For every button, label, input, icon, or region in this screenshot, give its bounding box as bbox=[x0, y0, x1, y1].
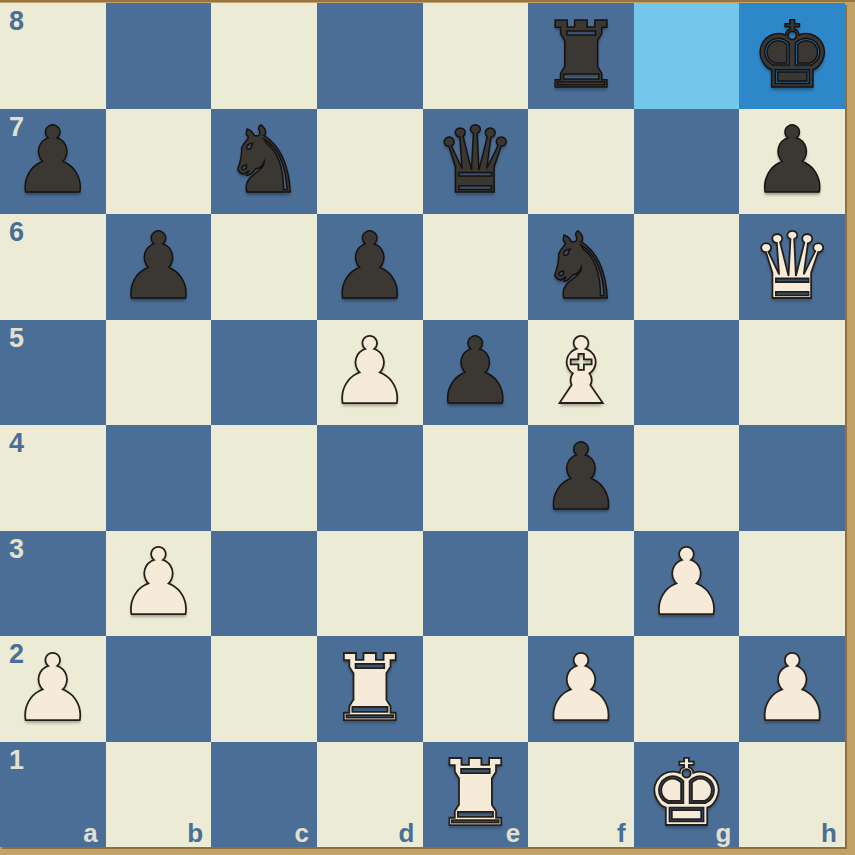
square-a7[interactable]: 7♟ bbox=[0, 109, 106, 215]
white-pawn-f2[interactable]: ♟ bbox=[528, 636, 634, 742]
file-label-h: h bbox=[821, 820, 837, 846]
square-c3[interactable] bbox=[211, 531, 317, 637]
square-h7[interactable]: ♟ bbox=[739, 109, 845, 215]
square-g4[interactable] bbox=[634, 425, 740, 531]
white-pawn-g3[interactable]: ♟ bbox=[634, 531, 740, 637]
square-a6[interactable]: 6 bbox=[0, 214, 106, 320]
white-pawn-a2[interactable]: ♟ bbox=[0, 636, 106, 742]
square-a1[interactable]: 1a bbox=[0, 742, 106, 848]
square-b4[interactable] bbox=[106, 425, 212, 531]
rank-label-6: 6 bbox=[9, 219, 24, 246]
rank-label-1: 1 bbox=[9, 747, 24, 774]
square-g1[interactable]: g♚ bbox=[634, 742, 740, 848]
board-frame: 8♜♚7♟♞♛♟6♟♟♞♛5♟♟♝4♟3♟♟2♟♜♟♟1abcde♜fg♚h bbox=[0, 0, 855, 855]
chess-board: 8♜♚7♟♞♛♟6♟♟♞♛5♟♟♝4♟3♟♟2♟♜♟♟1abcde♜fg♚h bbox=[0, 3, 845, 847]
rank-label-3: 3 bbox=[9, 536, 24, 563]
square-b1[interactable]: b bbox=[106, 742, 212, 848]
square-b8[interactable] bbox=[106, 3, 212, 109]
square-b5[interactable] bbox=[106, 320, 212, 426]
square-f3[interactable] bbox=[528, 531, 634, 637]
square-d8[interactable] bbox=[317, 3, 423, 109]
square-h5[interactable] bbox=[739, 320, 845, 426]
black-queen-e7[interactable]: ♛ bbox=[423, 109, 529, 215]
square-a3[interactable]: 3 bbox=[0, 531, 106, 637]
square-c1[interactable]: c bbox=[211, 742, 317, 848]
square-d5[interactable]: ♟ bbox=[317, 320, 423, 426]
square-c6[interactable] bbox=[211, 214, 317, 320]
white-bishop-f5[interactable]: ♝ bbox=[528, 320, 634, 426]
file-label-a: a bbox=[83, 820, 97, 846]
square-g8[interactable] bbox=[634, 3, 740, 109]
square-h2[interactable]: ♟ bbox=[739, 636, 845, 742]
square-c5[interactable] bbox=[211, 320, 317, 426]
square-c8[interactable] bbox=[211, 3, 317, 109]
square-e6[interactable] bbox=[423, 214, 529, 320]
rank-label-5: 5 bbox=[9, 325, 24, 352]
square-f7[interactable] bbox=[528, 109, 634, 215]
black-rook-f8[interactable]: ♜ bbox=[528, 3, 634, 109]
square-a5[interactable]: 5 bbox=[0, 320, 106, 426]
square-h3[interactable] bbox=[739, 531, 845, 637]
square-h1[interactable]: h bbox=[739, 742, 845, 848]
square-f1[interactable]: f bbox=[528, 742, 634, 848]
black-knight-c7[interactable]: ♞ bbox=[211, 109, 317, 215]
square-h8[interactable]: ♚ bbox=[739, 3, 845, 109]
white-pawn-h2[interactable]: ♟ bbox=[739, 636, 845, 742]
square-g7[interactable] bbox=[634, 109, 740, 215]
square-b6[interactable]: ♟ bbox=[106, 214, 212, 320]
square-a8[interactable]: 8 bbox=[0, 3, 106, 109]
square-e3[interactable] bbox=[423, 531, 529, 637]
file-label-f: f bbox=[617, 820, 626, 846]
square-d3[interactable] bbox=[317, 531, 423, 637]
file-label-d: d bbox=[399, 820, 415, 846]
black-pawn-a7[interactable]: ♟ bbox=[0, 109, 106, 215]
black-pawn-b6[interactable]: ♟ bbox=[106, 214, 212, 320]
square-g3[interactable]: ♟ bbox=[634, 531, 740, 637]
square-e4[interactable] bbox=[423, 425, 529, 531]
square-f5[interactable]: ♝ bbox=[528, 320, 634, 426]
white-rook-e1[interactable]: ♜ bbox=[423, 742, 529, 848]
square-f6[interactable]: ♞ bbox=[528, 214, 634, 320]
white-rook-d2[interactable]: ♜ bbox=[317, 636, 423, 742]
square-c7[interactable]: ♞ bbox=[211, 109, 317, 215]
square-g5[interactable] bbox=[634, 320, 740, 426]
white-king-g1[interactable]: ♚ bbox=[634, 742, 740, 848]
square-b3[interactable]: ♟ bbox=[106, 531, 212, 637]
file-label-c: c bbox=[294, 820, 308, 846]
square-e8[interactable] bbox=[423, 3, 529, 109]
rank-label-8: 8 bbox=[9, 8, 24, 35]
file-label-b: b bbox=[187, 820, 203, 846]
black-knight-f6[interactable]: ♞ bbox=[528, 214, 634, 320]
square-d2[interactable]: ♜ bbox=[317, 636, 423, 742]
square-e1[interactable]: e♜ bbox=[423, 742, 529, 848]
black-pawn-d6[interactable]: ♟ bbox=[317, 214, 423, 320]
square-h4[interactable] bbox=[739, 425, 845, 531]
square-c2[interactable] bbox=[211, 636, 317, 742]
black-king-h8[interactable]: ♚ bbox=[739, 3, 845, 109]
square-e2[interactable] bbox=[423, 636, 529, 742]
white-pawn-d5[interactable]: ♟ bbox=[317, 320, 423, 426]
square-h6[interactable]: ♛ bbox=[739, 214, 845, 320]
black-pawn-e5[interactable]: ♟ bbox=[423, 320, 529, 426]
square-d4[interactable] bbox=[317, 425, 423, 531]
square-d6[interactable]: ♟ bbox=[317, 214, 423, 320]
square-d1[interactable]: d bbox=[317, 742, 423, 848]
square-e5[interactable]: ♟ bbox=[423, 320, 529, 426]
square-c4[interactable] bbox=[211, 425, 317, 531]
white-queen-h6[interactable]: ♛ bbox=[739, 214, 845, 320]
square-f2[interactable]: ♟ bbox=[528, 636, 634, 742]
black-pawn-h7[interactable]: ♟ bbox=[739, 109, 845, 215]
square-b7[interactable] bbox=[106, 109, 212, 215]
black-pawn-f4[interactable]: ♟ bbox=[528, 425, 634, 531]
square-a4[interactable]: 4 bbox=[0, 425, 106, 531]
square-f8[interactable]: ♜ bbox=[528, 3, 634, 109]
square-a2[interactable]: 2♟ bbox=[0, 636, 106, 742]
square-f4[interactable]: ♟ bbox=[528, 425, 634, 531]
rank-label-4: 4 bbox=[9, 430, 24, 457]
square-g2[interactable] bbox=[634, 636, 740, 742]
white-pawn-b3[interactable]: ♟ bbox=[106, 531, 212, 637]
square-e7[interactable]: ♛ bbox=[423, 109, 529, 215]
square-b2[interactable] bbox=[106, 636, 212, 742]
square-d7[interactable] bbox=[317, 109, 423, 215]
square-g6[interactable] bbox=[634, 214, 740, 320]
